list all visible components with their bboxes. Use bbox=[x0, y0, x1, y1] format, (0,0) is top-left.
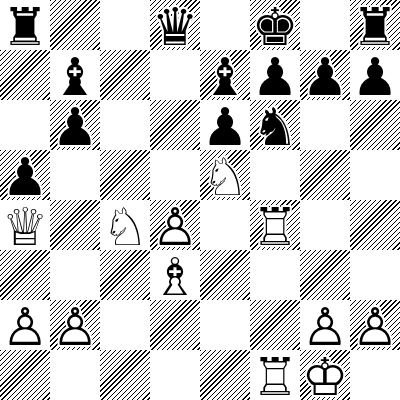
square-a1[interactable] bbox=[0, 350, 50, 400]
piece-glyph: ♞ bbox=[252, 101, 299, 153]
piece-glyph: ♙ bbox=[2, 301, 49, 353]
piece-glyph: ♝ bbox=[202, 51, 249, 103]
square-f3[interactable] bbox=[250, 250, 300, 300]
square-c4[interactable]: ♞♘ bbox=[100, 200, 150, 250]
piece-white-rook[interactable]: ♜♖ bbox=[250, 350, 300, 400]
piece-white-pawn[interactable]: ♟♙ bbox=[350, 300, 400, 350]
square-d5[interactable] bbox=[150, 150, 200, 200]
piece-white-bishop[interactable]: ♝♗ bbox=[150, 250, 200, 300]
piece-white-knight[interactable]: ♞♘ bbox=[100, 200, 150, 250]
square-h5[interactable] bbox=[350, 150, 400, 200]
square-h1[interactable] bbox=[350, 350, 400, 400]
piece-black-bishop[interactable]: ♝♝ bbox=[50, 50, 100, 100]
square-a8[interactable]: ♜♜ bbox=[0, 0, 50, 50]
square-g7[interactable]: ♟♟ bbox=[300, 50, 350, 100]
square-g6[interactable] bbox=[300, 100, 350, 150]
square-e2[interactable] bbox=[200, 300, 250, 350]
piece-glyph: ♛ bbox=[152, 1, 199, 53]
square-c1[interactable] bbox=[100, 350, 150, 400]
square-g3[interactable] bbox=[300, 250, 350, 300]
piece-glyph: ♜ bbox=[352, 1, 399, 53]
square-c5[interactable] bbox=[100, 150, 150, 200]
piece-black-knight[interactable]: ♞♞ bbox=[250, 100, 300, 150]
square-e5[interactable]: ♞♘ bbox=[200, 150, 250, 200]
square-d1[interactable] bbox=[150, 350, 200, 400]
square-a5[interactable]: ♟♟ bbox=[0, 150, 50, 200]
square-b2[interactable]: ♟♙ bbox=[50, 300, 100, 350]
piece-white-pawn[interactable]: ♟♙ bbox=[50, 300, 100, 350]
square-c8[interactable] bbox=[100, 0, 150, 50]
piece-black-queen[interactable]: ♛♛ bbox=[150, 0, 200, 50]
piece-glyph: ♚ bbox=[252, 1, 299, 53]
piece-glyph: ♟ bbox=[352, 51, 399, 103]
piece-black-pawn[interactable]: ♟♟ bbox=[250, 50, 300, 100]
square-f8[interactable]: ♚♚ bbox=[250, 0, 300, 50]
chessboard-diagram: ♜♜♛♛♚♚♜♜♝♝♝♝♟♟♟♟♟♟♟♟♟♟♞♞♟♟♞♘♛♕♞♘♟♙♜♖♝♗♟♙… bbox=[0, 0, 400, 400]
square-e6[interactable]: ♟♟ bbox=[200, 100, 250, 150]
square-a2[interactable]: ♟♙ bbox=[0, 300, 50, 350]
square-b8[interactable] bbox=[50, 0, 100, 50]
square-g5[interactable] bbox=[300, 150, 350, 200]
square-b1[interactable] bbox=[50, 350, 100, 400]
chess-board: ♜♜♛♛♚♚♜♜♝♝♝♝♟♟♟♟♟♟♟♟♟♟♞♞♟♟♞♘♛♕♞♘♟♙♜♖♝♗♟♙… bbox=[0, 0, 400, 400]
piece-white-pawn[interactable]: ♟♙ bbox=[300, 300, 350, 350]
piece-glyph: ♙ bbox=[352, 301, 399, 353]
square-b6[interactable]: ♟♟ bbox=[50, 100, 100, 150]
square-h8[interactable]: ♜♜ bbox=[350, 0, 400, 50]
piece-glyph: ♕ bbox=[2, 201, 49, 253]
square-b7[interactable]: ♝♝ bbox=[50, 50, 100, 100]
piece-white-rook[interactable]: ♜♖ bbox=[250, 200, 300, 250]
piece-black-pawn[interactable]: ♟♟ bbox=[200, 100, 250, 150]
square-a3[interactable] bbox=[0, 250, 50, 300]
piece-glyph: ♖ bbox=[252, 351, 299, 400]
square-e8[interactable] bbox=[200, 0, 250, 50]
piece-glyph: ♔ bbox=[302, 351, 349, 400]
square-d4[interactable]: ♟♙ bbox=[150, 200, 200, 250]
piece-black-pawn[interactable]: ♟♟ bbox=[350, 50, 400, 100]
square-d2[interactable] bbox=[150, 300, 200, 350]
square-g1[interactable]: ♚♔ bbox=[300, 350, 350, 400]
piece-black-pawn[interactable]: ♟♟ bbox=[50, 100, 100, 150]
square-a4[interactable]: ♛♕ bbox=[0, 200, 50, 250]
piece-glyph: ♟ bbox=[252, 51, 299, 103]
square-h4[interactable] bbox=[350, 200, 400, 250]
piece-white-queen[interactable]: ♛♕ bbox=[0, 200, 50, 250]
piece-glyph: ♟ bbox=[302, 51, 349, 103]
piece-glyph: ♟ bbox=[202, 101, 249, 153]
square-f5[interactable] bbox=[250, 150, 300, 200]
piece-glyph: ♜ bbox=[2, 1, 49, 53]
piece-black-pawn[interactable]: ♟♟ bbox=[300, 50, 350, 100]
square-b5[interactable] bbox=[50, 150, 100, 200]
square-f6[interactable]: ♞♞ bbox=[250, 100, 300, 150]
square-d8[interactable]: ♛♛ bbox=[150, 0, 200, 50]
piece-white-pawn[interactable]: ♟♙ bbox=[150, 200, 200, 250]
piece-black-rook[interactable]: ♜♜ bbox=[0, 0, 50, 50]
piece-glyph: ♙ bbox=[52, 301, 99, 353]
piece-glyph: ♖ bbox=[252, 201, 299, 253]
piece-glyph: ♘ bbox=[102, 201, 149, 253]
piece-glyph: ♙ bbox=[302, 301, 349, 353]
square-h2[interactable]: ♟♙ bbox=[350, 300, 400, 350]
piece-black-bishop[interactable]: ♝♝ bbox=[200, 50, 250, 100]
square-g8[interactable] bbox=[300, 0, 350, 50]
square-h7[interactable]: ♟♟ bbox=[350, 50, 400, 100]
piece-glyph: ♗ bbox=[152, 251, 199, 303]
square-f1[interactable]: ♜♖ bbox=[250, 350, 300, 400]
square-f2[interactable] bbox=[250, 300, 300, 350]
square-h3[interactable] bbox=[350, 250, 400, 300]
piece-glyph: ♟ bbox=[52, 101, 99, 153]
piece-glyph: ♘ bbox=[202, 151, 249, 203]
square-c2[interactable] bbox=[100, 300, 150, 350]
square-b4[interactable] bbox=[50, 200, 100, 250]
square-f4[interactable]: ♜♖ bbox=[250, 200, 300, 250]
square-d6[interactable] bbox=[150, 100, 200, 150]
square-a6[interactable] bbox=[0, 100, 50, 150]
square-e7[interactable]: ♝♝ bbox=[200, 50, 250, 100]
square-d7[interactable] bbox=[150, 50, 200, 100]
square-h6[interactable] bbox=[350, 100, 400, 150]
piece-black-king[interactable]: ♚♚ bbox=[250, 0, 300, 50]
square-a7[interactable] bbox=[0, 50, 50, 100]
square-c7[interactable] bbox=[100, 50, 150, 100]
square-e1[interactable] bbox=[200, 350, 250, 400]
square-d3[interactable]: ♝♗ bbox=[150, 250, 200, 300]
piece-white-pawn[interactable]: ♟♙ bbox=[0, 300, 50, 350]
piece-white-knight[interactable]: ♞♘ bbox=[200, 150, 250, 200]
piece-black-rook[interactable]: ♜♜ bbox=[350, 0, 400, 50]
piece-white-king[interactable]: ♚♔ bbox=[300, 350, 350, 400]
piece-glyph: ♝ bbox=[52, 51, 99, 103]
piece-glyph: ♙ bbox=[152, 201, 199, 253]
piece-black-pawn[interactable]: ♟♟ bbox=[0, 150, 50, 200]
square-c3[interactable] bbox=[100, 250, 150, 300]
square-e4[interactable] bbox=[200, 200, 250, 250]
piece-glyph: ♟ bbox=[2, 151, 49, 203]
square-e3[interactable] bbox=[200, 250, 250, 300]
square-c6[interactable] bbox=[100, 100, 150, 150]
square-f7[interactable]: ♟♟ bbox=[250, 50, 300, 100]
square-b3[interactable] bbox=[50, 250, 100, 300]
square-g2[interactable]: ♟♙ bbox=[300, 300, 350, 350]
square-g4[interactable] bbox=[300, 200, 350, 250]
